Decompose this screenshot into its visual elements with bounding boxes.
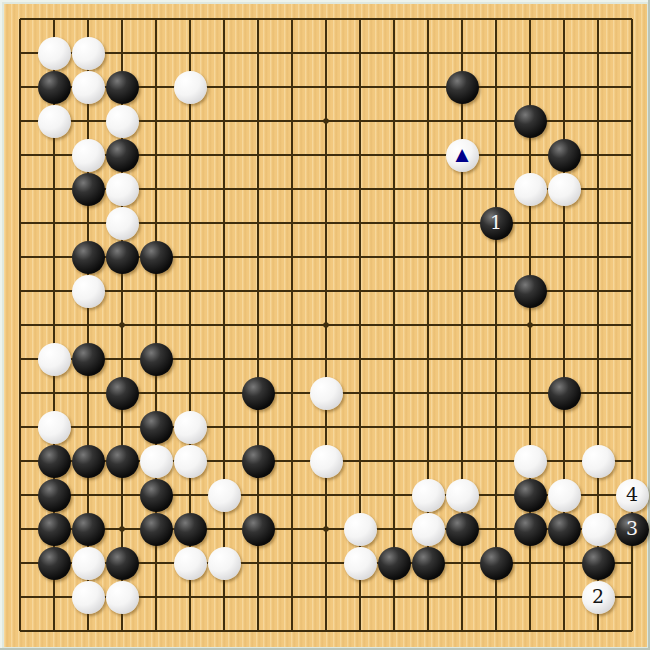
black-stone: 1 bbox=[480, 207, 513, 240]
black-stone bbox=[106, 241, 139, 274]
white-stone bbox=[412, 479, 445, 512]
black-stone bbox=[38, 513, 71, 546]
black-stone bbox=[514, 275, 547, 308]
black-stone bbox=[446, 71, 479, 104]
white-stone bbox=[174, 411, 207, 444]
white-stone bbox=[174, 547, 207, 580]
black-stone bbox=[38, 445, 71, 478]
black-stone bbox=[514, 105, 547, 138]
board-frame: ▲1432 bbox=[0, 0, 650, 650]
move-number-label: 1 bbox=[490, 213, 502, 232]
black-stone bbox=[106, 445, 139, 478]
white-stone bbox=[38, 37, 71, 70]
white-stone bbox=[582, 513, 615, 546]
white-stone bbox=[174, 445, 207, 478]
black-stone bbox=[106, 71, 139, 104]
black-stone bbox=[548, 139, 581, 172]
white-stone bbox=[582, 445, 615, 478]
move-number-label: 3 bbox=[626, 519, 638, 538]
white-stone bbox=[174, 71, 207, 104]
white-stone bbox=[106, 581, 139, 614]
white-stone: ▲ bbox=[446, 139, 479, 172]
white-stone: 4 bbox=[616, 479, 649, 512]
white-stone bbox=[412, 513, 445, 546]
black-stone bbox=[140, 241, 173, 274]
black-stone bbox=[446, 513, 479, 546]
black-stone bbox=[140, 343, 173, 376]
white-stone bbox=[140, 445, 173, 478]
black-stone bbox=[72, 241, 105, 274]
white-stone bbox=[72, 547, 105, 580]
white-stone bbox=[344, 547, 377, 580]
black-stone bbox=[582, 547, 615, 580]
black-stone bbox=[174, 513, 207, 546]
black-stone bbox=[242, 445, 275, 478]
black-stone bbox=[140, 411, 173, 444]
white-stone bbox=[344, 513, 377, 546]
star-point bbox=[323, 322, 329, 328]
white-stone bbox=[72, 139, 105, 172]
black-stone bbox=[72, 513, 105, 546]
white-stone bbox=[106, 173, 139, 206]
white-stone bbox=[72, 71, 105, 104]
black-stone bbox=[514, 479, 547, 512]
black-stone bbox=[72, 343, 105, 376]
triangle-marker-icon: ▲ bbox=[455, 146, 468, 163]
black-stone: 3 bbox=[616, 513, 649, 546]
black-stone bbox=[72, 445, 105, 478]
star-point bbox=[119, 526, 125, 532]
white-stone bbox=[208, 547, 241, 580]
star-point bbox=[119, 322, 125, 328]
black-stone bbox=[242, 513, 275, 546]
black-stone bbox=[548, 377, 581, 410]
white-stone bbox=[72, 37, 105, 70]
white-stone: 2 bbox=[582, 581, 615, 614]
white-stone bbox=[106, 207, 139, 240]
black-stone bbox=[378, 547, 411, 580]
black-stone bbox=[140, 479, 173, 512]
white-stone bbox=[310, 377, 343, 410]
star-point bbox=[323, 118, 329, 124]
white-stone bbox=[548, 173, 581, 206]
black-stone bbox=[38, 479, 71, 512]
black-stone bbox=[140, 513, 173, 546]
black-stone bbox=[548, 513, 581, 546]
move-number-label: 4 bbox=[626, 485, 638, 504]
white-stone bbox=[38, 343, 71, 376]
white-stone bbox=[38, 105, 71, 138]
white-stone bbox=[72, 581, 105, 614]
black-stone bbox=[106, 377, 139, 410]
black-stone bbox=[106, 139, 139, 172]
black-stone bbox=[38, 547, 71, 580]
black-stone bbox=[242, 377, 275, 410]
board-grid bbox=[4, 4, 647, 647]
white-stone bbox=[310, 445, 343, 478]
white-stone bbox=[514, 173, 547, 206]
black-stone bbox=[106, 547, 139, 580]
move-number-label: 2 bbox=[592, 587, 604, 606]
star-point bbox=[527, 322, 533, 328]
black-stone bbox=[514, 513, 547, 546]
white-stone bbox=[548, 479, 581, 512]
white-stone bbox=[208, 479, 241, 512]
white-stone bbox=[72, 275, 105, 308]
go-board[interactable]: ▲1432 bbox=[4, 4, 647, 647]
white-stone bbox=[38, 411, 71, 444]
black-stone bbox=[412, 547, 445, 580]
black-stone bbox=[72, 173, 105, 206]
white-stone bbox=[514, 445, 547, 478]
white-stone bbox=[106, 105, 139, 138]
white-stone bbox=[446, 479, 479, 512]
black-stone bbox=[480, 547, 513, 580]
black-stone bbox=[38, 71, 71, 104]
star-point bbox=[323, 526, 329, 532]
